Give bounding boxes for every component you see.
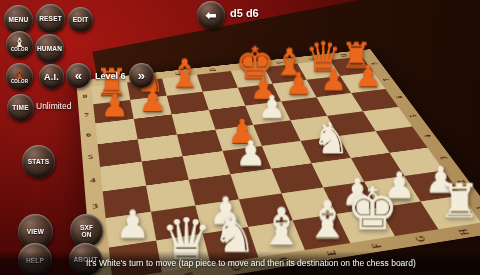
piece-black-pawn-f7[interactable]: ♟ xyxy=(285,69,312,99)
menu-button[interactable]: MENU xyxy=(4,5,33,34)
white-color-button[interactable]: ♝ COLOR xyxy=(6,31,33,58)
black-color-label: COLOR xyxy=(11,80,28,85)
last-move-label: d5 d6 xyxy=(230,7,259,19)
time-button[interactable]: TIME xyxy=(7,94,34,121)
piece-black-pawn-a7[interactable]: ♟ xyxy=(101,89,129,120)
piece-white-pawn-e6[interactable]: ♟ xyxy=(258,91,286,123)
piece-white-rook-h1[interactable]: ♜ xyxy=(438,178,480,225)
chevron-left-icon: « xyxy=(75,68,82,83)
status-bar: It's White's turn to move (tap piece to … xyxy=(0,251,480,275)
ai-button[interactable]: A.I. xyxy=(39,64,64,89)
piece-white-bishop-d1[interactable]: ♝ xyxy=(258,201,304,253)
piece-white-knight-f4[interactable]: ♞ xyxy=(312,118,350,160)
level-down-button[interactable]: « xyxy=(66,63,91,88)
piece-black-pawn-g7[interactable]: ♟ xyxy=(320,65,347,95)
time-value-label: Unlimited xyxy=(36,101,71,111)
piece-white-king-f1[interactable]: ♚ xyxy=(346,180,399,239)
reset-button[interactable]: RESET xyxy=(36,4,65,33)
square-c8[interactable]: ♝ xyxy=(162,75,202,96)
piece-black-bishop-c8[interactable]: ♝ xyxy=(167,55,202,94)
status-text: It's White's turn to move (tap piece to … xyxy=(86,258,416,268)
piece-white-pawn-d4[interactable]: ♟ xyxy=(235,136,266,171)
edit-button[interactable]: EDIT xyxy=(68,7,93,32)
piece-black-pawn-h7[interactable]: ♟ xyxy=(355,61,382,91)
piece-white-bishop-e1[interactable]: ♝ xyxy=(305,195,351,246)
square-a7[interactable]: ♟ xyxy=(93,100,134,124)
level-label: Level 6 xyxy=(95,71,126,81)
chevron-right-icon: » xyxy=(138,68,145,83)
rank-label-7: 7 xyxy=(78,104,95,125)
square-b6[interactable] xyxy=(134,114,177,139)
white-color-label: COLOR xyxy=(11,48,28,53)
square-a6[interactable] xyxy=(95,119,137,144)
square-b7[interactable]: ♟ xyxy=(130,96,171,119)
chess-app-window: ABCDEFGH8♜♞♝♚♝♛♜87♟♟♟♟♟♟76♟65♟54♟♞4332♟♟… xyxy=(0,0,480,275)
square-a2[interactable]: ♟ xyxy=(106,212,157,248)
undo-button[interactable]: ⬅ xyxy=(197,1,225,29)
black-color-button[interactable]: ♝ COLOR xyxy=(6,63,33,90)
undo-left-arrow-icon: ⬅ xyxy=(205,8,216,23)
stats-button[interactable]: STATS xyxy=(22,145,55,178)
piece-white-pawn-a2[interactable]: ♟ xyxy=(115,204,150,243)
square-d4[interactable]: ♟ xyxy=(223,146,272,174)
human-button[interactable]: HUMAN xyxy=(35,34,64,63)
piece-black-pawn-b7[interactable]: ♟ xyxy=(139,85,167,116)
level-up-button[interactable]: » xyxy=(129,63,154,88)
square-f4[interactable]: ♞ xyxy=(301,136,351,163)
